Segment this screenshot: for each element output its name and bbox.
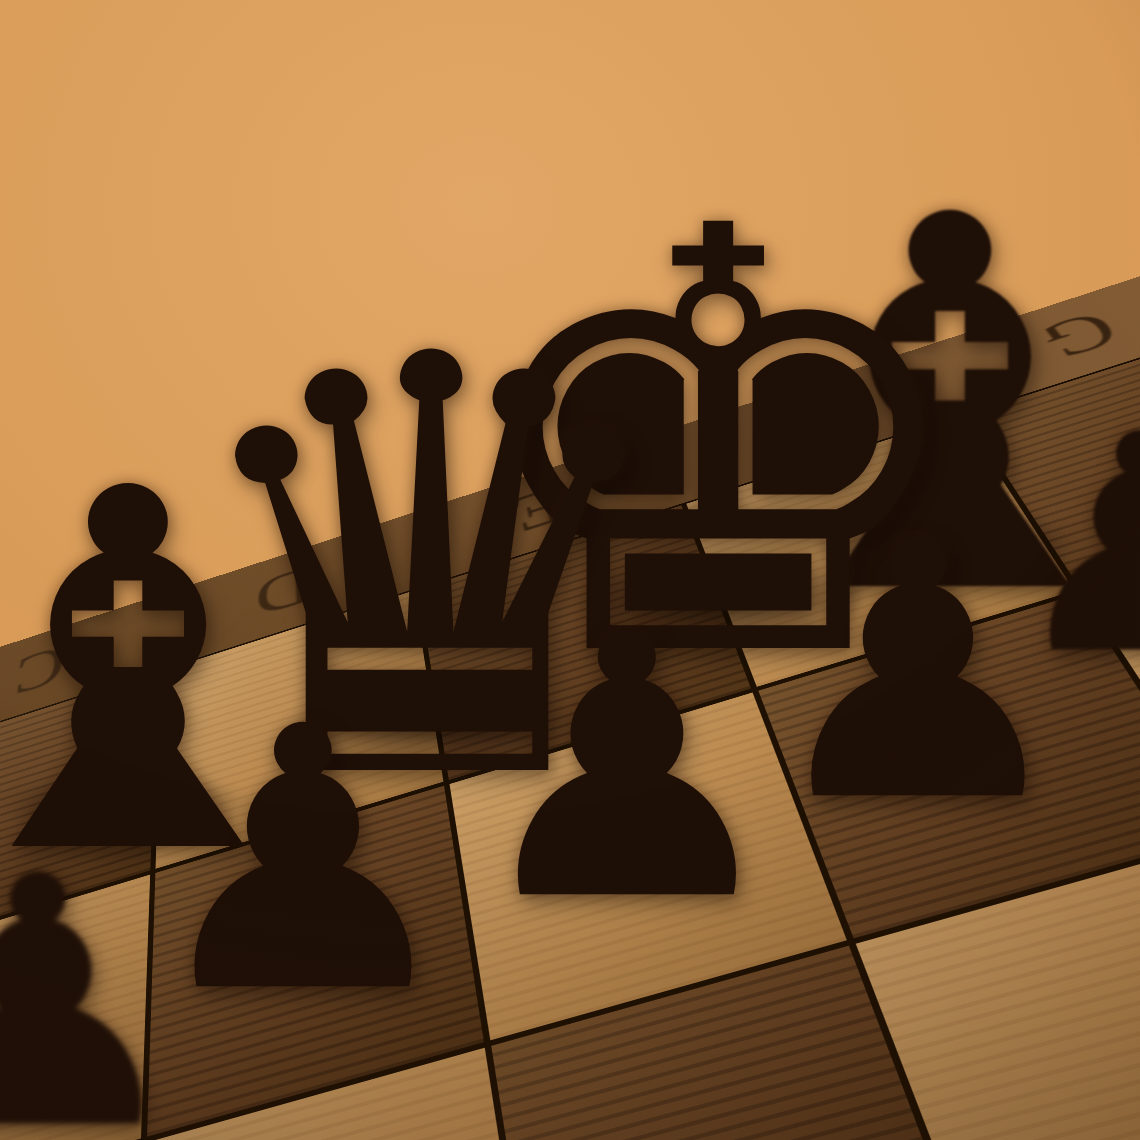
- black-pawn-c7: ♟: [0, 831, 193, 1140]
- black-pawn-e7: ♟: [464, 586, 790, 950]
- black-pawn-f7: ♟: [758, 494, 1077, 850]
- chess-photo-stage: CDEFG ♝♛♚♝♟♟♟♟♟: [0, 0, 1140, 1140]
